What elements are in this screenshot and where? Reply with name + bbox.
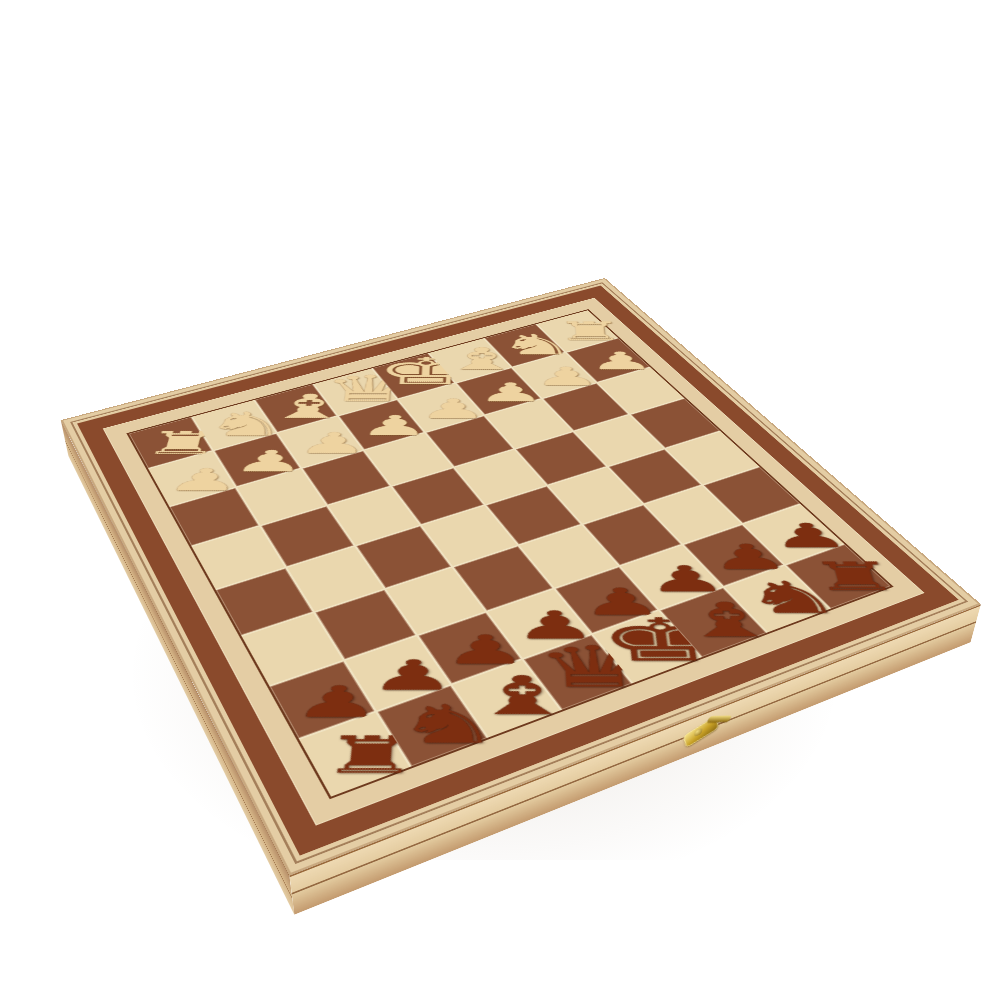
square-d7: ♟: [488, 589, 591, 658]
square-b7: ♟: [345, 636, 449, 710]
white-rook: ♜: [140, 428, 226, 458]
scene: ♜♞♝♛♚♝♞♜♟♟♟♟♟♟♟♟♟♟♟♟♟♟♟♟♜♞♝♛♚♝♞♜: [0, 0, 1000, 1000]
square-b4: [261, 507, 353, 567]
black-knight: ♞: [394, 699, 502, 750]
square-a7: ♟: [270, 661, 375, 738]
black-queen: ♛: [533, 640, 656, 694]
square-a8: ♜: [300, 713, 410, 797]
square-c7: ♟: [418, 612, 521, 684]
black-rook: ♜: [318, 731, 422, 780]
brass-clasp-icon: [678, 705, 737, 757]
square-f6: [583, 505, 680, 565]
square-a6: [242, 613, 342, 685]
black-pawn: ♟: [368, 656, 456, 696]
square-c6: [386, 568, 485, 635]
square-g7: ♟: [683, 524, 783, 586]
square-g8: ♞: [725, 566, 830, 632]
square-f8: ♝: [660, 588, 766, 657]
board-squares: ♜♞♝♛♚♝♞♜♟♟♟♟♟♟♟♟♟♟♟♟♟♟♟♟♜♞♝♛♚♝♞♜: [126, 309, 893, 799]
square-e7: ♟: [555, 567, 657, 633]
clasp-hook: [706, 716, 731, 723]
black-rook: ♜: [805, 558, 904, 595]
square-h8: ♜: [787, 544, 891, 608]
black-pawn: ♟: [291, 681, 383, 722]
black-pawn: ♟: [644, 562, 730, 596]
chess-board: ♜♞♝♛♚♝♞♜♟♟♟♟♟♟♟♟♟♟♟♟♟♟♟♟♜♞♝♛♚♝♞♜: [61, 278, 981, 876]
black-pawn: ♟: [580, 584, 665, 619]
chess-set-photo: ♜♞♝♛♚♝♞♜♟♟♟♟♟♟♟♟♟♟♟♟♟♟♟♟♜♞♝♛♚♝♞♜: [0, 0, 1000, 1000]
square-e6: [520, 525, 618, 587]
square-b6: [315, 590, 415, 659]
black-pawn: ♟: [442, 631, 528, 669]
square-a4: [192, 527, 285, 589]
square-d8: ♛: [524, 635, 631, 709]
black-knight: ♞: [739, 577, 846, 619]
square-c5: [356, 526, 451, 588]
square-c8: ♝: [452, 660, 560, 737]
black-pawn: ♟: [513, 607, 598, 644]
square-b8: ♞: [377, 686, 486, 766]
white-pawn: ♟: [164, 466, 245, 495]
square-d5: [422, 506, 517, 566]
square-b5: [287, 547, 383, 611]
square-a5: [216, 568, 312, 635]
square-f7: ♟: [620, 545, 721, 609]
square-d6: [454, 546, 552, 610]
black-bishop: ♝: [674, 598, 785, 643]
square-e8: ♚: [594, 611, 700, 683]
black-bishop: ♝: [468, 671, 578, 722]
black-king: ♚: [596, 612, 730, 668]
